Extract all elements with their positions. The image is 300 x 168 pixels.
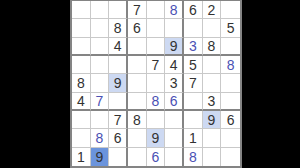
- cell-r1c4[interactable]: 7: [128, 1, 147, 19]
- cell-r7c5[interactable]: [147, 111, 166, 129]
- cell-r7c6[interactable]: [165, 111, 184, 129]
- cell-r5c1[interactable]: 8: [72, 74, 91, 92]
- cell-r1c2[interactable]: [91, 1, 110, 19]
- cell-r1c7[interactable]: 6: [184, 1, 203, 19]
- cell-r4c1[interactable]: [72, 56, 91, 74]
- cell-r9c7[interactable]: 8: [184, 148, 203, 166]
- cell-r6c9[interactable]: [221, 93, 240, 111]
- cell-r6c5[interactable]: 8: [147, 93, 166, 111]
- cell-r5c7[interactable]: 7: [184, 74, 203, 92]
- cell-r4c5[interactable]: 7: [147, 56, 166, 74]
- cell-r1c5[interactable]: [147, 1, 166, 19]
- cell-r3c5[interactable]: [147, 38, 166, 56]
- cell-r2c8[interactable]: [203, 19, 222, 37]
- cell-r5c3[interactable]: 9: [109, 74, 128, 92]
- cell-r3c4[interactable]: [128, 38, 147, 56]
- cell-r1c9[interactable]: [221, 1, 240, 19]
- cell-r4c2[interactable]: [91, 56, 110, 74]
- cell-r4c4[interactable]: [128, 56, 147, 74]
- cell-r8c3[interactable]: 6: [109, 129, 128, 147]
- cell-r7c1[interactable]: [72, 111, 91, 129]
- cell-r7c2[interactable]: [91, 111, 110, 129]
- cell-r1c6[interactable]: 8: [165, 1, 184, 19]
- cell-r8c8[interactable]: [203, 129, 222, 147]
- cell-r8c9[interactable]: [221, 129, 240, 147]
- cell-r3c2[interactable]: [91, 38, 110, 56]
- cell-r8c4[interactable]: [128, 129, 147, 147]
- cell-r6c6[interactable]: 6: [165, 93, 184, 111]
- sudoku-board: 786286549387458893747863789686911968: [70, 0, 242, 168]
- cell-r5c4[interactable]: [128, 74, 147, 92]
- cell-r6c8[interactable]: 3: [203, 93, 222, 111]
- cell-r2c7[interactable]: [184, 19, 203, 37]
- cell-r6c3[interactable]: [109, 93, 128, 111]
- cell-r4c7[interactable]: 5: [184, 56, 203, 74]
- cell-r3c1[interactable]: [72, 38, 91, 56]
- cell-r5c5[interactable]: [147, 74, 166, 92]
- cell-r7c7[interactable]: [184, 111, 203, 129]
- cell-r9c3[interactable]: [109, 148, 128, 166]
- cell-r2c6[interactable]: [165, 19, 184, 37]
- cell-r3c3[interactable]: 4: [109, 38, 128, 56]
- cell-r4c8[interactable]: [203, 56, 222, 74]
- cell-r5c8[interactable]: [203, 74, 222, 92]
- cell-r3c7[interactable]: 3: [184, 38, 203, 56]
- cell-r2c9[interactable]: 5: [221, 19, 240, 37]
- cell-r8c2[interactable]: 8: [91, 129, 110, 147]
- letterbox-left: [0, 0, 70, 168]
- cell-r3c8[interactable]: 8: [203, 38, 222, 56]
- cell-r6c2[interactable]: 7: [91, 93, 110, 111]
- cell-r2c1[interactable]: [72, 19, 91, 37]
- cell-r3c9[interactable]: [221, 38, 240, 56]
- cell-r4c6[interactable]: 4: [165, 56, 184, 74]
- sudoku-screen: 786286549387458893747863789686911968: [0, 0, 300, 168]
- cell-r8c6[interactable]: [165, 129, 184, 147]
- cell-r4c3[interactable]: [109, 56, 128, 74]
- cell-r8c5[interactable]: 9: [147, 129, 166, 147]
- cell-r4c9[interactable]: 8: [221, 56, 240, 74]
- cell-r8c1[interactable]: [72, 129, 91, 147]
- cell-r7c3[interactable]: 7: [109, 111, 128, 129]
- cell-r6c4[interactable]: [128, 93, 147, 111]
- cell-r9c9[interactable]: [221, 148, 240, 166]
- cell-r1c3[interactable]: [109, 1, 128, 19]
- cell-r9c1[interactable]: 1: [72, 148, 91, 166]
- cell-r6c7[interactable]: [184, 93, 203, 111]
- cell-r9c2[interactable]: 9: [91, 148, 110, 166]
- cell-r9c4[interactable]: [128, 148, 147, 166]
- cell-r9c8[interactable]: [203, 148, 222, 166]
- cell-r9c6[interactable]: [165, 148, 184, 166]
- cell-r7c9[interactable]: 6: [221, 111, 240, 129]
- cell-r2c3[interactable]: 8: [109, 19, 128, 37]
- cell-r7c8[interactable]: 9: [203, 111, 222, 129]
- cell-r2c5[interactable]: [147, 19, 166, 37]
- cell-r9c5[interactable]: 6: [147, 148, 166, 166]
- cell-r8c7[interactable]: 1: [184, 129, 203, 147]
- cell-r5c2[interactable]: [91, 74, 110, 92]
- cell-r3c6[interactable]: 9: [165, 38, 184, 56]
- letterbox-right: [242, 0, 300, 168]
- cell-r2c2[interactable]: [91, 19, 110, 37]
- cell-r1c1[interactable]: [72, 1, 91, 19]
- cell-r7c4[interactable]: 8: [128, 111, 147, 129]
- cell-r2c4[interactable]: 6: [128, 19, 147, 37]
- cell-r5c6[interactable]: 3: [165, 74, 184, 92]
- cell-r5c9[interactable]: [221, 74, 240, 92]
- cell-r1c8[interactable]: 2: [203, 1, 222, 19]
- cell-r6c1[interactable]: 4: [72, 93, 91, 111]
